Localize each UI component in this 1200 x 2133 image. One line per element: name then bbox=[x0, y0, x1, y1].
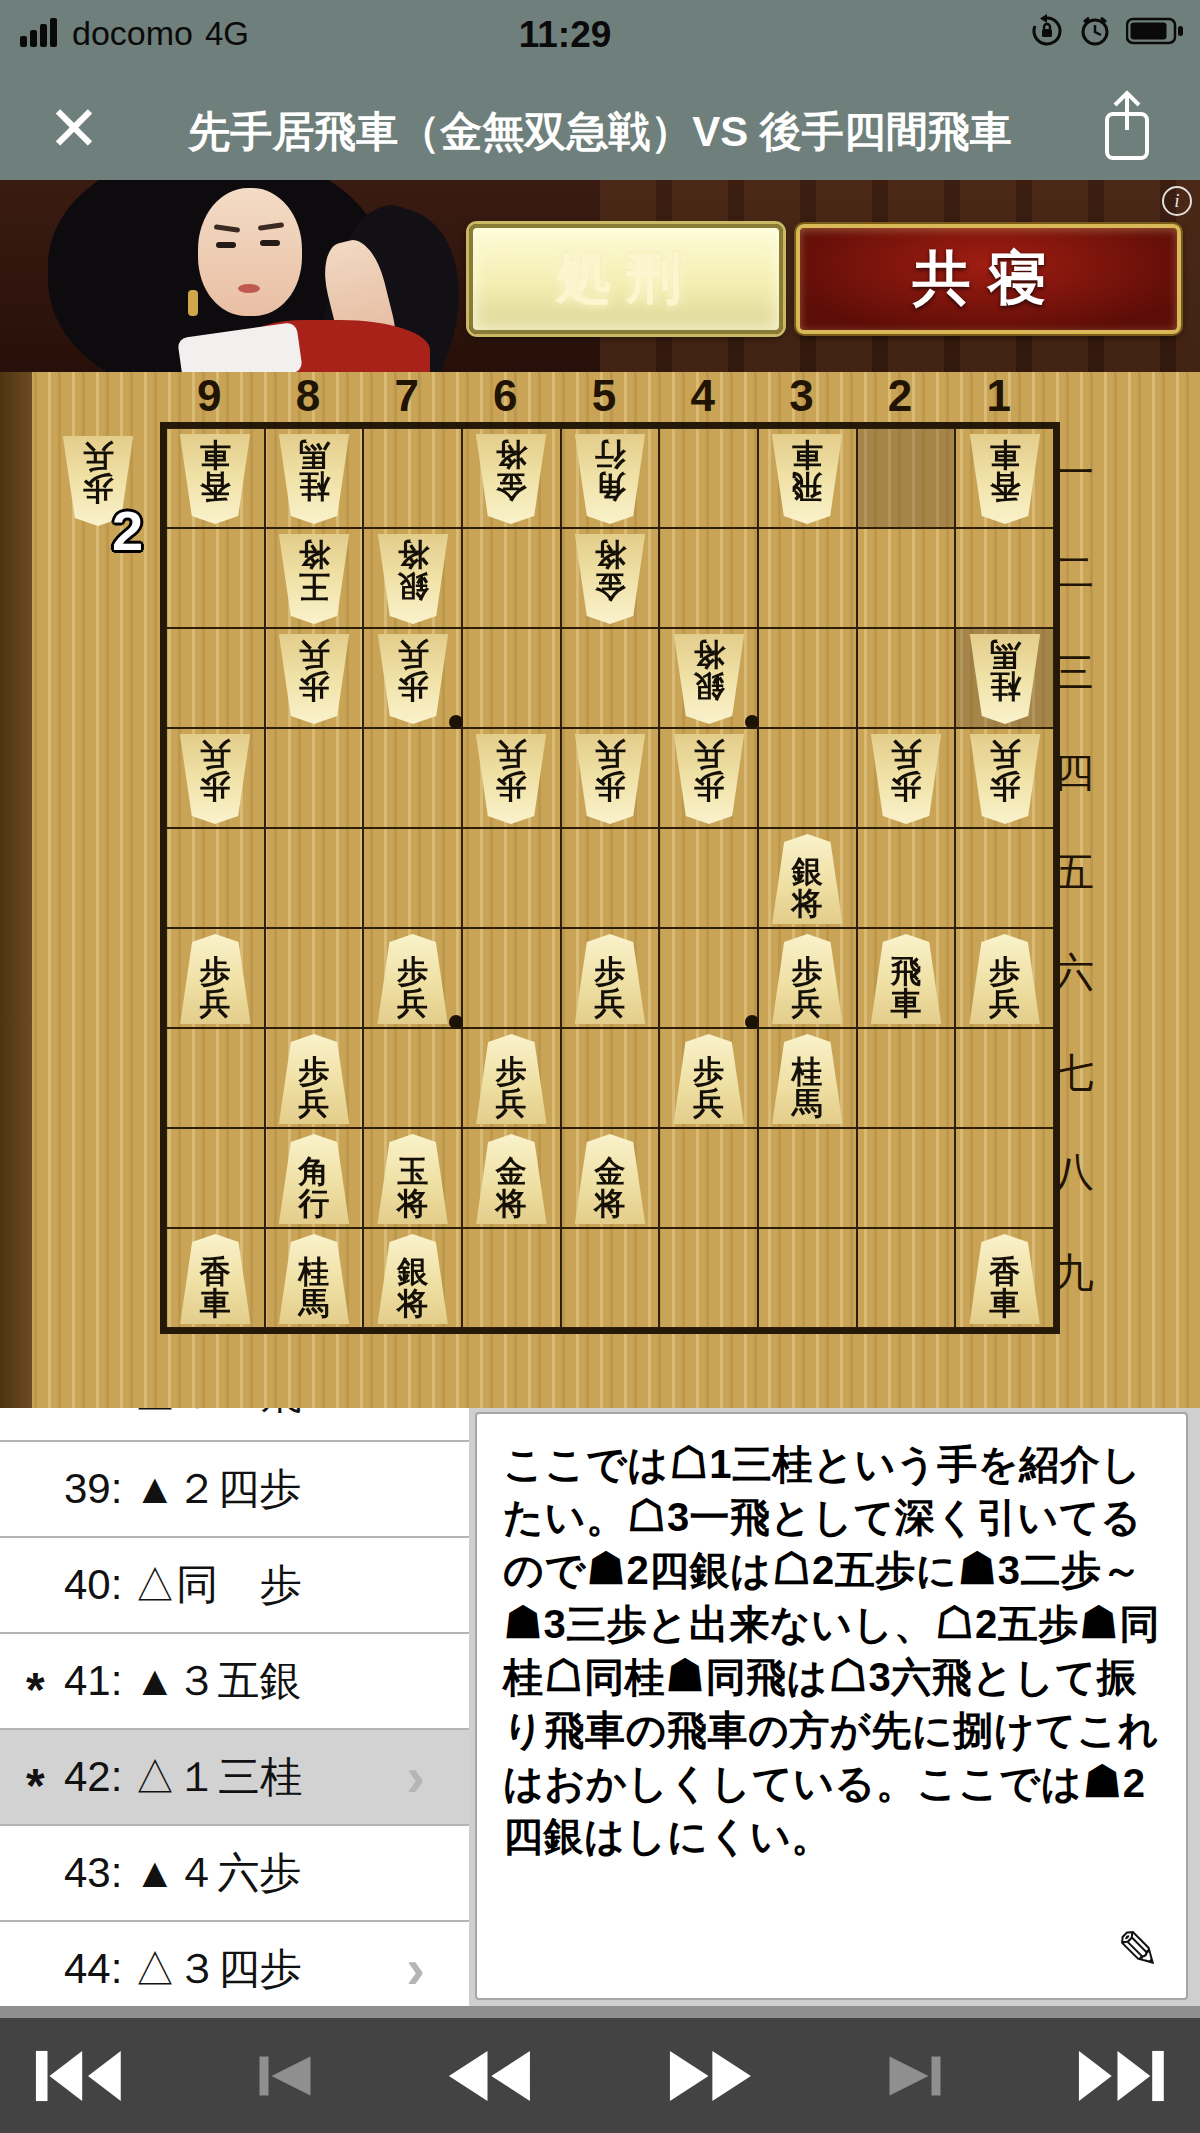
move-label: 44: △３四歩 bbox=[64, 1941, 302, 1997]
page-title: 先手居飛車（金無双急戦）VS 後手四間飛車 bbox=[130, 104, 1070, 160]
square-6-9[interactable] bbox=[462, 1228, 561, 1328]
square-4-8[interactable] bbox=[659, 1128, 758, 1228]
square-2-5[interactable] bbox=[857, 828, 956, 928]
square-2-3[interactable] bbox=[857, 628, 956, 728]
square-1-5[interactable] bbox=[955, 828, 1054, 928]
square-3-8[interactable] bbox=[758, 1128, 857, 1228]
square-1-8[interactable] bbox=[955, 1128, 1054, 1228]
chevron-right-icon: › bbox=[406, 1924, 425, 2006]
square-7-1[interactable] bbox=[363, 428, 462, 528]
move-list: 38: △３一飛39: ▲２四歩40: △同 歩*41: ▲３五銀*42: △１… bbox=[0, 1408, 469, 2006]
chevron-right-icon: › bbox=[406, 1732, 425, 1822]
square-6-2[interactable] bbox=[462, 528, 561, 628]
square-5-3[interactable] bbox=[561, 628, 660, 728]
hand-piece-count: 2 bbox=[112, 498, 143, 563]
branch-star: * bbox=[26, 1662, 45, 1717]
square-5-7[interactable] bbox=[561, 1028, 660, 1128]
square-4-1[interactable] bbox=[659, 428, 758, 528]
clock-time: 11:29 bbox=[0, 14, 1130, 56]
ad-banner: 処刑 共寝 i bbox=[0, 180, 1200, 372]
square-5-5[interactable] bbox=[561, 828, 660, 928]
move-label: 40: △同 歩 bbox=[64, 1557, 302, 1613]
square-6-3[interactable] bbox=[462, 628, 561, 728]
col-label-8: 8 bbox=[259, 372, 358, 422]
step-forward-button[interactable] bbox=[888, 2055, 942, 2097]
square-4-9[interactable] bbox=[659, 1228, 758, 1328]
square-1-2[interactable] bbox=[955, 528, 1054, 628]
move-row-41[interactable]: *41: ▲３五銀 bbox=[0, 1634, 469, 1730]
col-label-3: 3 bbox=[752, 372, 851, 422]
board-col-labels: 987654321 bbox=[160, 372, 1048, 422]
col-label-5: 5 bbox=[555, 372, 654, 422]
close-button[interactable]: ✕ bbox=[48, 94, 100, 164]
rewind-button[interactable] bbox=[447, 2049, 532, 2103]
move-row-38[interactable]: 38: △３一飛 bbox=[0, 1408, 469, 1442]
col-label-6: 6 bbox=[456, 372, 555, 422]
square-3-3[interactable] bbox=[758, 628, 857, 728]
square-6-6[interactable] bbox=[462, 928, 561, 1028]
share-button[interactable] bbox=[1100, 90, 1154, 168]
col-label-9: 9 bbox=[160, 372, 259, 422]
square-7-4[interactable] bbox=[363, 728, 462, 828]
shogi-board-area: 987654321 一二三四五六七八九 香車桂馬金将角行飛車香車王将銀将金将歩兵… bbox=[0, 372, 1200, 1408]
square-5-9[interactable] bbox=[561, 1228, 660, 1328]
square-9-8[interactable] bbox=[166, 1128, 265, 1228]
square-3-2[interactable] bbox=[758, 528, 857, 628]
star-point bbox=[449, 1015, 463, 1029]
move-row-39[interactable]: 39: ▲２四歩 bbox=[0, 1442, 469, 1538]
col-label-7: 7 bbox=[357, 372, 456, 422]
square-9-5[interactable] bbox=[166, 828, 265, 928]
commentary-panel: ここでは☖1三桂という手を紹介したい。☖3一飛として深く引いてるので☗2四銀は☖… bbox=[475, 1412, 1188, 2000]
move-row-40[interactable]: 40: △同 歩 bbox=[0, 1538, 469, 1634]
square-4-2[interactable] bbox=[659, 528, 758, 628]
battery-icon bbox=[1126, 16, 1184, 50]
ad-info-icon[interactable]: i bbox=[1162, 186, 1192, 216]
lower-panel: 38: △３一飛39: ▲２四歩40: △同 歩*41: ▲３五銀*42: △１… bbox=[0, 1408, 1200, 2006]
square-7-7[interactable] bbox=[363, 1028, 462, 1128]
branch-star: * bbox=[26, 1758, 45, 1813]
square-4-6[interactable] bbox=[659, 928, 758, 1028]
square-8-6[interactable] bbox=[265, 928, 364, 1028]
square-7-5[interactable] bbox=[363, 828, 462, 928]
square-1-7[interactable] bbox=[955, 1028, 1054, 1128]
col-label-1: 1 bbox=[949, 372, 1048, 422]
square-2-7[interactable] bbox=[857, 1028, 956, 1128]
orientation-lock-icon bbox=[1030, 14, 1064, 52]
square-6-5[interactable] bbox=[462, 828, 561, 928]
commentary-text: ここでは☖1三桂という手を紹介したい。☖3一飛として深く引いてるので☗2四銀は☖… bbox=[503, 1438, 1160, 1864]
square-2-8[interactable] bbox=[857, 1128, 956, 1228]
toolbar-top-band bbox=[0, 2006, 1200, 2018]
col-label-4: 4 bbox=[653, 372, 752, 422]
square-2-9[interactable] bbox=[857, 1228, 956, 1328]
move-label: 42: △１三桂 bbox=[64, 1749, 302, 1805]
move-label: 39: ▲２四歩 bbox=[64, 1461, 302, 1517]
star-point bbox=[745, 715, 759, 729]
skip-to-end-button[interactable] bbox=[1077, 2049, 1166, 2103]
square-3-9[interactable] bbox=[758, 1228, 857, 1328]
title-bar: ✕ 先手居飛車（金無双急戦）VS 後手四間飛車 bbox=[0, 88, 1200, 176]
move-row-43[interactable]: 43: ▲４六歩 bbox=[0, 1826, 469, 1922]
square-2-1[interactable] bbox=[857, 428, 956, 528]
step-backward-button[interactable] bbox=[258, 2055, 312, 2097]
fast-forward-button[interactable] bbox=[668, 2049, 753, 2103]
square-9-3[interactable] bbox=[166, 628, 265, 728]
edit-pencil-icon[interactable]: ✎ bbox=[1116, 1920, 1160, 1980]
move-label: 38: △３一飛 bbox=[64, 1408, 302, 1422]
screen: docomo 4G 11:29 ✕ 先手居飛車（金無双急戦）VS 後手四間飛車 bbox=[0, 0, 1200, 2133]
header: docomo 4G 11:29 ✕ 先手居飛車（金無双急戦）VS 後手四間飛車 bbox=[0, 0, 1200, 180]
floor-strip bbox=[0, 372, 32, 1408]
ad-button-tomone[interactable]: 共寝 bbox=[796, 224, 1181, 334]
ad-button-shokei[interactable]: 処刑 bbox=[469, 224, 783, 334]
col-label-2: 2 bbox=[851, 372, 950, 422]
square-3-4[interactable] bbox=[758, 728, 857, 828]
move-label: 43: ▲４六歩 bbox=[64, 1845, 302, 1901]
move-row-42[interactable]: *42: △１三桂› bbox=[0, 1730, 469, 1826]
ad-model-illustration bbox=[0, 180, 470, 372]
status-bar: docomo 4G 11:29 bbox=[0, 10, 1200, 62]
move-label: 41: ▲３五銀 bbox=[64, 1653, 302, 1709]
square-9-2[interactable] bbox=[166, 528, 265, 628]
star-point bbox=[745, 1015, 759, 1029]
square-2-2[interactable] bbox=[857, 528, 956, 628]
skip-to-start-button[interactable] bbox=[34, 2049, 123, 2103]
square-9-7[interactable] bbox=[166, 1028, 265, 1128]
alarm-clock-icon bbox=[1078, 14, 1112, 52]
move-row-44[interactable]: 44: △３四歩› bbox=[0, 1922, 469, 2006]
square-8-5[interactable] bbox=[265, 828, 364, 928]
square-8-4[interactable] bbox=[265, 728, 364, 828]
square-4-5[interactable] bbox=[659, 828, 758, 928]
star-point bbox=[449, 715, 463, 729]
playback-toolbar bbox=[0, 2018, 1200, 2133]
